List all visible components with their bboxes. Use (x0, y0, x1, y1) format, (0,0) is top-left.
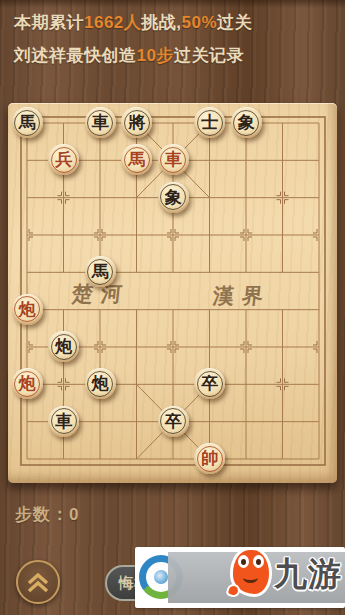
watermark-overlay: 九游 (135, 547, 345, 608)
piece-red-炮[interactable]: 炮 (12, 368, 43, 399)
step-counter: 步数：0 (15, 503, 79, 526)
board-grid: 馬車將士象兵馬車象馬炮炮炮炮卒車卒帥 (9, 104, 338, 477)
chevron-up-icon (25, 571, 51, 594)
xiangqi-board[interactable]: 楚河 漢界 馬車將士象兵馬車象馬炮炮炮炮卒車卒帥 (8, 103, 337, 483)
piece-black-車[interactable]: 車 (48, 406, 79, 437)
piece-black-車[interactable]: 車 (85, 107, 116, 138)
piece-black-象[interactable]: 象 (158, 182, 189, 213)
challenge-stats-line: 本期累计1662人挑战,50%过关 (14, 6, 252, 39)
piece-black-象[interactable]: 象 (231, 107, 262, 138)
piece-black-卒[interactable]: 卒 (194, 368, 225, 399)
piece-red-車[interactable]: 車 (158, 144, 189, 175)
piece-black-卒[interactable]: 卒 (158, 406, 189, 437)
piece-red-帥[interactable]: 帥 (194, 443, 225, 474)
challenge-info: 本期累计1662人挑战,50%过关 刘述祥最快创造10步过关记录 (14, 6, 252, 72)
collapse-button[interactable] (16, 560, 60, 604)
piece-black-將[interactable]: 將 (121, 107, 152, 138)
record-holder-line: 刘述祥最快创造10步过关记录 (14, 39, 252, 72)
piece-red-炮[interactable]: 炮 (12, 294, 43, 325)
app-screen: 本期累计1662人挑战,50%过关 刘述祥最快创造10步过关记录 楚河 漢界 馬… (0, 0, 345, 615)
piece-black-馬[interactable]: 馬 (85, 256, 116, 287)
piece-black-炮[interactable]: 炮 (48, 331, 79, 362)
piece-black-馬[interactable]: 馬 (12, 107, 43, 138)
piece-black-炮[interactable]: 炮 (85, 368, 116, 399)
piece-red-馬[interactable]: 馬 (121, 144, 152, 175)
jiuyou-mascot-icon (230, 547, 272, 597)
piece-red-兵[interactable]: 兵 (48, 144, 79, 175)
jiuyou-brand-text: 九游 (274, 552, 342, 597)
piece-black-士[interactable]: 士 (194, 107, 225, 138)
